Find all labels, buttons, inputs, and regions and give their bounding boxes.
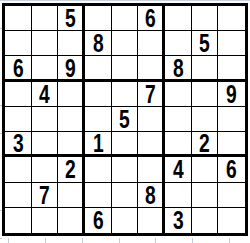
cell-r5c6[interactable] [138,107,165,132]
cell-r6c9[interactable] [218,132,245,157]
cell-r5c4[interactable] [85,107,112,132]
cell-r2c7[interactable] [165,31,192,56]
cell-r9c6[interactable] [138,208,165,233]
cell-r6c4[interactable]: 1 [85,132,112,157]
cell-r6c3[interactable] [58,132,85,157]
cell-r7c5[interactable] [112,157,139,182]
given-digit: 8 [92,31,103,56]
cell-r4c1[interactable] [5,82,32,107]
spreadsheet-gridline-bottom-tick [155,238,156,243]
cell-r8c3[interactable] [58,183,85,208]
cell-r7c8[interactable] [192,157,219,182]
cell-r8c4[interactable] [85,183,112,208]
cell-r3c3[interactable]: 9 [58,56,85,81]
cell-r9c9[interactable] [218,208,245,233]
spreadsheet-gridline-top [0,0,250,1]
cell-r7c3[interactable]: 2 [58,157,85,182]
cell-r6c5[interactable] [112,132,139,157]
cell-r1c3[interactable]: 5 [58,6,85,31]
cell-r2c5[interactable] [112,31,139,56]
cell-r8c2[interactable]: 7 [32,183,59,208]
cell-r7c1[interactable] [5,157,32,182]
given-digit: 8 [172,56,183,80]
given-digit: 6 [92,208,103,233]
cell-r4c4[interactable] [85,82,112,107]
cell-r5c3[interactable] [58,107,85,132]
spreadsheet-gridline-bottom-tick [229,238,230,243]
given-digit: 8 [145,183,156,208]
cell-r7c9[interactable]: 6 [218,157,245,182]
cell-r8c5[interactable] [112,183,139,208]
cell-r3c2[interactable] [32,56,59,81]
cell-r3c8[interactable] [192,56,219,81]
cell-r2c6[interactable] [138,31,165,56]
cell-r8c6[interactable]: 8 [138,183,165,208]
cell-r3c4[interactable] [85,56,112,81]
cell-r2c9[interactable] [218,31,245,56]
cell-r2c8[interactable]: 5 [192,31,219,56]
cell-r4c3[interactable] [58,82,85,107]
cell-r6c6[interactable] [138,132,165,157]
given-digit: 2 [65,157,76,182]
spreadsheet-gridline-left-tick [0,238,2,239]
spreadsheet-gridline-left-tick [0,105,2,106]
cell-r7c6[interactable] [138,157,165,182]
cell-r8c8[interactable] [192,183,219,208]
cell-r7c7[interactable]: 4 [165,157,192,182]
cell-r5c1[interactable] [5,107,32,132]
given-digit: 3 [12,132,23,156]
cell-r6c1[interactable]: 3 [5,132,32,157]
given-digit: 9 [226,82,237,107]
given-digit: 6 [226,157,237,182]
cell-r2c3[interactable] [58,31,85,56]
given-digit: 5 [119,107,130,132]
cell-r5c8[interactable] [192,107,219,132]
cell-r3c9[interactable] [218,56,245,81]
cell-r1c6[interactable]: 6 [138,6,165,31]
cell-r5c5[interactable]: 5 [112,107,139,132]
cell-r1c5[interactable] [112,6,139,31]
cell-r2c4[interactable]: 8 [85,31,112,56]
cell-r8c7[interactable] [165,183,192,208]
given-digit: 4 [39,82,50,107]
given-digit: 9 [65,56,76,80]
cell-r3c7[interactable]: 8 [165,56,192,81]
cell-r4c6[interactable]: 7 [138,82,165,107]
sudoku-board: 568569847953122467863 [0,0,250,243]
given-digit: 2 [199,132,210,156]
cell-r3c5[interactable] [112,56,139,81]
cell-r6c2[interactable] [32,132,59,157]
spreadsheet-gridline-left-tick [0,210,2,211]
cell-r6c8[interactable]: 2 [192,132,219,157]
cell-r9c2[interactable] [32,208,59,233]
sudoku-grid: 568569847953122467863 [2,3,248,236]
cell-r3c1[interactable]: 6 [5,56,32,81]
cell-r9c3[interactable] [58,208,85,233]
cell-r1c7[interactable] [165,6,192,31]
cell-r2c1[interactable] [5,31,32,56]
given-digit: 5 [199,31,210,56]
cell-r4c8[interactable] [192,82,219,107]
cell-r1c8[interactable] [192,6,219,31]
cell-r5c7[interactable] [165,107,192,132]
cell-r8c9[interactable] [218,183,245,208]
cell-r1c1[interactable] [5,6,32,31]
cell-r9c1[interactable] [5,208,32,233]
given-digit: 6 [145,6,156,31]
given-digit: 3 [172,208,183,233]
spreadsheet-gridline-left-tick [0,133,2,134]
spreadsheet-gridline-bottom-tick [8,238,9,243]
cell-r7c2[interactable] [32,157,59,182]
cell-r5c9[interactable] [218,107,245,132]
given-digit: 6 [12,56,23,80]
spreadsheet-gridline-bottom-tick [45,238,46,243]
spreadsheet-gridline-left-tick [0,28,2,29]
cell-r4c7[interactable] [165,82,192,107]
cell-r9c7[interactable]: 3 [165,208,192,233]
cell-r7c4[interactable] [85,157,112,182]
given-digit: 1 [92,132,103,156]
cell-r4c2[interactable]: 4 [32,82,59,107]
spreadsheet-gridline-bottom-tick [192,238,193,243]
given-digit: 7 [145,82,156,107]
spreadsheet-gridline-bottom-tick [119,238,120,243]
given-digit: 5 [65,6,76,31]
given-digit: 7 [39,183,50,208]
spreadsheet-gridline-bottom-tick [82,238,83,243]
cell-r3c6[interactable] [138,56,165,81]
cell-r8c1[interactable] [5,183,32,208]
cell-r1c9[interactable] [218,6,245,31]
given-digit: 4 [172,157,183,182]
cell-r2c2[interactable] [32,31,59,56]
cell-r9c4[interactable]: 6 [85,208,112,233]
cell-r5c2[interactable] [32,107,59,132]
cell-r6c7[interactable] [165,132,192,157]
cell-r1c4[interactable] [85,6,112,31]
cell-r4c9[interactable]: 9 [218,82,245,107]
cell-r9c8[interactable] [192,208,219,233]
cell-r4c5[interactable] [112,82,139,107]
cell-r1c2[interactable] [32,6,59,31]
cell-r9c5[interactable] [112,208,139,233]
